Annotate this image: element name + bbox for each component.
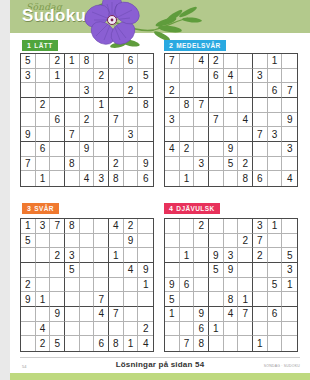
sudoku-grid-2-medelsvar-cell-r2c3 [194, 69, 209, 84]
sudoku-grid-4-djavulsk-cell-r3c5: 3 [224, 248, 239, 263]
sudoku-grid-1-latt-cell-r5c8 [124, 113, 139, 128]
sudoku-grid-2-medelsvar-cell-r2c7: 3 [253, 69, 268, 84]
sudoku-grid-1-latt-cell-r5c4 [65, 113, 80, 128]
sudoku-grid-1-latt-cell-r9c7: 8 [109, 171, 124, 186]
sudoku-grid-1-latt-cell-r2c9: 5 [138, 69, 153, 84]
sudoku-grid-4-djavulsk-cell-r3c1 [165, 248, 180, 263]
sudoku-grid-3-svar-cell-r5c2 [36, 278, 51, 293]
sudoku-grid-3-svar-cell-r4c1 [21, 263, 36, 278]
sudoku-grid-2-medelsvar-cell-r4c6 [238, 98, 253, 113]
sudoku-grid-3-svar-cell-r2c8: 9 [124, 234, 139, 249]
sudoku-grid-2-medelsvar-cell-r6c6 [238, 127, 253, 142]
sudoku-grid-4-djavulsk-cell-r5c3 [194, 278, 209, 293]
sudoku-grid-2-medelsvar-cell-r1c5 [224, 54, 239, 69]
sudoku-grid-1-latt-cell-r9c9: 6 [138, 171, 153, 186]
sudoku-grid-1-latt-cell-r6c2 [36, 127, 51, 142]
badge-number: 1 [27, 42, 31, 49]
sudoku-grid-4-djavulsk-cell-r2c1 [165, 234, 180, 249]
sudoku-grid-1-latt-cell-r9c4 [65, 171, 80, 186]
sudoku-grid-3-svar-cell-r6c7 [109, 292, 124, 307]
sudoku-grid-3-svar-cell-r7c1 [21, 307, 36, 322]
sudoku-grid-2-medelsvar-cell-r8c5: 5 [224, 157, 239, 172]
sudoku-grid-1-latt-cell-r9c8 [124, 171, 139, 186]
sudoku-grid-3-svar-cell-r8c3 [50, 322, 65, 337]
magazine-page: Söndag Sudoku. [10, 0, 310, 380]
sudoku-grid-1-latt-cell-r7c4 [65, 142, 80, 157]
sudoku-grid-3-svar-cell-r8c2: 4 [36, 322, 51, 337]
sudoku-grid-4-djavulsk-cell-r3c4: 9 [209, 248, 224, 263]
sudoku-grid-4-djavulsk-cell-r5c7 [253, 278, 268, 293]
sudoku-grid-1-latt-cell-r2c1: 3 [21, 69, 36, 84]
sudoku-grid-2-medelsvar-cell-r5c9: 9 [282, 113, 297, 128]
sudoku-grid-2-medelsvar-cell-r1c2 [180, 54, 195, 69]
sudoku-grid-3-svar-cell-r3c1 [21, 248, 36, 263]
sudoku-grid-3-svar-cell-r7c5 [80, 307, 95, 322]
sudoku-grid-1-latt-cell-r5c6 [94, 113, 109, 128]
sudoku-grid-4-djavulsk-cell-r1c4 [209, 219, 224, 234]
sudoku-grid-4-djavulsk-cell-r7c1: 1 [165, 307, 180, 322]
sudoku-grid-4-djavulsk-cell-r4c1 [165, 263, 180, 278]
sudoku-grid-4-djavulsk-cell-r7c2 [180, 307, 195, 322]
sudoku-grid-4-djavulsk-cell-r4c6 [238, 263, 253, 278]
sudoku-grid-4-djavulsk-cell-r3c3 [194, 248, 209, 263]
sudoku-grid-4-djavulsk-cell-r6c4 [209, 292, 224, 307]
sudoku-grid-1-latt-cell-r6c1: 9 [21, 127, 36, 142]
sudoku-grid-2-medelsvar-cell-r9c4 [209, 171, 224, 186]
sudoku-grid-3-svar-cell-r1c4: 8 [65, 219, 80, 234]
sudoku-grid-2-medelsvar-cell-r9c3 [194, 171, 209, 186]
sudoku-grid-4-djavulsk-cell-r6c5: 8 [224, 292, 239, 307]
sudoku-grid-1-latt-cell-r9c1 [21, 171, 36, 186]
badge-label: LÄTT [34, 42, 52, 49]
sudoku-grid-1-latt-cell-r2c6: 2 [94, 69, 109, 84]
sudoku-grid-2-medelsvar-cell-r6c1 [165, 127, 180, 142]
badge-number: 3 [27, 205, 31, 212]
sudoku-grid-3-svar-cell-r3c4: 3 [65, 248, 80, 263]
sudoku-grid-1-latt-cell-r7c5: 9 [80, 142, 95, 157]
sudoku-grid-3-svar-cell-r6c5 [80, 292, 95, 307]
sudoku-grid-4-djavulsk-cell-r3c7: 2 [253, 248, 268, 263]
sudoku-grid-2-medelsvar-cell-r8c7 [253, 157, 268, 172]
sudoku-grid-3-svar-cell-r3c8 [124, 248, 139, 263]
sudoku-grid-1-latt-cell-r2c8 [124, 69, 139, 84]
sudoku-grid-4-djavulsk-cell-r6c7 [253, 292, 268, 307]
sudoku-grid-2-medelsvar-cell-r7c4 [209, 142, 224, 157]
sudoku-grid-3-svar-cell-r4c6 [94, 263, 109, 278]
sudoku-grid-1-latt-cell-r4c9: 8 [138, 98, 153, 113]
sudoku-grid-2-medelsvar-cell-r1c7 [253, 54, 268, 69]
sudoku-grid-1-latt-cell-r3c6 [94, 83, 109, 98]
sudoku-grid-3-svar-cell-r8c8 [124, 322, 139, 337]
sudoku-grid-4-djavulsk-cell-r6c2 [180, 292, 195, 307]
sudoku-grid-1-latt-cell-r1c7 [109, 54, 124, 69]
sudoku-grid-2-medelsvar-cell-r8c3: 3 [194, 157, 209, 172]
sudoku-grid-4-djavulsk-cell-r9c3: 8 [194, 336, 209, 351]
sudoku-grid-2-medelsvar-cell-r8c2 [180, 157, 195, 172]
sudoku-grid-1-latt-cell-r5c1 [21, 113, 36, 128]
sudoku-grid-1-latt-cell-r6c3 [50, 127, 65, 142]
sudoku-grid-2-medelsvar-cell-r4c1 [165, 98, 180, 113]
sudoku-grid-2-medelsvar-cell-r6c7: 7 [253, 127, 268, 142]
sudoku-grid-2-medelsvar-cell-r2c1 [165, 69, 180, 84]
sudoku-grid-2-medelsvar-cell-r5c2 [180, 113, 195, 128]
sudoku-grid-4-djavulsk-cell-r7c5: 4 [224, 307, 239, 322]
sudoku-grid-1-latt-cell-r4c2: 2 [36, 98, 51, 113]
sudoku-grid-3-svar-cell-r3c9 [138, 248, 153, 263]
sudoku-grid-3-svar-cell-r4c5 [80, 263, 95, 278]
sudoku-grid-2-medelsvar: 742164321678737497342933521864 [164, 53, 298, 187]
sudoku-grid-4-djavulsk-cell-r8c9 [282, 322, 297, 337]
sudoku-grid-1-latt-cell-r8c5 [80, 157, 95, 172]
sudoku-grid-1-latt-cell-r6c4: 7 [65, 127, 80, 142]
issue-label: SÖNDAG · SUDOKU [264, 364, 300, 368]
sudoku-grid-2-medelsvar-cell-r4c7 [253, 98, 268, 113]
badge-medelsvar: 2 MEDELSVÅR [164, 40, 226, 51]
sudoku-grid-3-svar-cell-r3c5 [80, 248, 95, 263]
sudoku-grid-3-svar-cell-r1c9 [138, 219, 153, 234]
sudoku-grid-3-svar-cell-r5c4 [65, 278, 80, 293]
sudoku-grid-2-medelsvar-cell-r8c9 [282, 157, 297, 172]
badge-svar: 3 SVÅR [22, 203, 59, 214]
sudoku-grid-2-medelsvar-cell-r7c3 [194, 142, 209, 157]
sudoku-grid-4-djavulsk-cell-r5c8: 5 [268, 278, 283, 293]
sudoku-grid-1-latt-cell-r4c5 [80, 98, 95, 113]
sudoku-grid-4-djavulsk-cell-r8c5 [224, 322, 239, 337]
sudoku-grid-3-svar-cell-r2c3 [50, 234, 65, 249]
sudoku-grid-1-latt-cell-r9c5: 4 [80, 171, 95, 186]
sudoku-grid-1-latt-cell-r3c7 [109, 83, 124, 98]
sudoku-grid-4-djavulsk-cell-r7c3: 9 [194, 307, 209, 322]
sudoku-grid-3-svar-cell-r6c9 [138, 292, 153, 307]
sudoku-grid-1-latt-cell-r2c3: 1 [50, 69, 65, 84]
sudoku-grid-2-medelsvar-cell-r8c4 [209, 157, 224, 172]
sudoku-grid-2-medelsvar-cell-r5c6: 4 [238, 113, 253, 128]
sudoku-grid-1-latt-cell-r2c7 [109, 69, 124, 84]
sudoku-grid-3-svar-cell-r7c6: 4 [94, 307, 109, 322]
sudoku-grid-2-medelsvar-cell-r5c7 [253, 113, 268, 128]
sudoku-grid-3-svar-cell-r1c7: 4 [109, 219, 124, 234]
sudoku-grid-3-svar-cell-r8c7 [109, 322, 124, 337]
sudoku-grid-3-svar-cell-r5c7 [109, 278, 124, 293]
sudoku-grid-1-latt-cell-r7c3 [50, 142, 65, 157]
sudoku-grid-4-djavulsk-cell-r5c6 [238, 278, 253, 293]
sudoku-grid-2-medelsvar-cell-r4c4 [209, 98, 224, 113]
sudoku-grid-1-latt-cell-r7c1 [21, 142, 36, 157]
sudoku-grid-2-medelsvar-cell-r6c4 [209, 127, 224, 142]
sudoku-grid-2-medelsvar-cell-r2c5: 4 [224, 69, 239, 84]
sudoku-grid-2-medelsvar-cell-r1c8: 1 [268, 54, 283, 69]
sudoku-grid-2-medelsvar-cell-r9c6: 8 [238, 171, 253, 186]
sudoku-grid-4-djavulsk-cell-r1c5 [224, 219, 239, 234]
sudoku-grid-4-djavulsk-cell-r8c1 [165, 322, 180, 337]
sudoku-grid-4-djavulsk-cell-r4c7 [253, 263, 268, 278]
sudoku-grid-4-djavulsk-cell-r7c7 [253, 307, 268, 322]
sudoku-grid-2-medelsvar-cell-r5c3 [194, 113, 209, 128]
sudoku-grid-3-svar-cell-r6c2: 1 [36, 292, 51, 307]
sudoku-grid-4-djavulsk-cell-r9c8 [268, 336, 283, 351]
sudoku-grid-3-svar-cell-r6c3 [50, 292, 65, 307]
sudoku-grid-3-svar-cell-r5c6 [94, 278, 109, 293]
sudoku-grid-3-svar-cell-r7c8 [124, 307, 139, 322]
page-number: 54 [22, 364, 26, 369]
sudoku-grid-2-medelsvar-cell-r5c8 [268, 113, 283, 128]
sudoku-grid-3-svar-cell-r9c1 [21, 336, 36, 351]
sudoku-grid-1-latt-cell-r7c2: 6 [36, 142, 51, 157]
badge-number: 2 [169, 42, 173, 49]
sudoku-grid-1-latt-cell-r2c4 [65, 69, 80, 84]
sudoku-grid-2-medelsvar-cell-r9c9: 4 [282, 171, 297, 186]
sudoku-grid-2-medelsvar-cell-r9c8 [268, 171, 283, 186]
sudoku-grid-1-latt-cell-r3c1 [21, 83, 36, 98]
sudoku-grid-1-latt-cell-r3c4 [65, 83, 80, 98]
sudoku-grid-3-svar-cell-r2c5 [80, 234, 95, 249]
sudoku-grid-3-svar: 137842592315492191794742256814 [20, 218, 154, 352]
sudoku-grid-3-svar-cell-r6c8 [124, 292, 139, 307]
sudoku-grid-3-svar-cell-r1c5 [80, 219, 95, 234]
sudoku-grid-2-medelsvar-cell-r1c3: 4 [194, 54, 209, 69]
sudoku-grid-3-svar-cell-r2c2 [36, 234, 51, 249]
sudoku-grid-4-djavulsk-cell-r8c3: 6 [194, 322, 209, 337]
sudoku-grid-1-latt-cell-r5c2 [36, 113, 51, 128]
sudoku-grid-3-svar-cell-r6c1: 9 [21, 292, 36, 307]
sudoku-grid-4-djavulsk-cell-r2c5 [224, 234, 239, 249]
sudoku-grid-1-latt-cell-r1c8: 6 [124, 54, 139, 69]
sudoku-grid-4-djavulsk-cell-r8c6 [238, 322, 253, 337]
sudoku-grid-2-medelsvar-cell-r8c8 [268, 157, 283, 172]
sudoku-grid-1-latt-cell-r4c3 [50, 98, 65, 113]
sudoku-grid-4-djavulsk-cell-r1c6 [238, 219, 253, 234]
sudoku-grid-1-latt-cell-r6c5 [80, 127, 95, 142]
sudoku-grid-4-djavulsk-cell-r9c9 [282, 336, 297, 351]
sudoku-grid-4-djavulsk-cell-r7c6: 7 [238, 307, 253, 322]
sudoku-grid-4-djavulsk-cell-r4c2 [180, 263, 195, 278]
sudoku-grid-4-djavulsk-cell-r6c1: 5 [165, 292, 180, 307]
sudoku-grid-1-latt-cell-r8c4: 8 [65, 157, 80, 172]
sudoku-grid-3-svar-cell-r2c6 [94, 234, 109, 249]
sudoku-grid-4-djavulsk-cell-r6c9 [282, 292, 297, 307]
sudoku-grid-4-djavulsk-cell-r4c8 [268, 263, 283, 278]
sudoku-grid-3-svar-cell-r1c3: 7 [50, 219, 65, 234]
sudoku-grid-1-latt-cell-r1c1: 5 [21, 54, 36, 69]
footer-divider [20, 357, 300, 358]
sudoku-grid-2-medelsvar-cell-r2c2 [180, 69, 195, 84]
sudoku-grid-2-medelsvar-cell-r5c5 [224, 113, 239, 128]
sudoku-grid-3-svar-cell-r4c2 [36, 263, 51, 278]
sudoku-grid-4-djavulsk-cell-r4c3 [194, 263, 209, 278]
sudoku-grid-3-svar-cell-r3c2 [36, 248, 51, 263]
sudoku-grid-4-djavulsk-cell-r7c8: 6 [268, 307, 283, 322]
sudoku-grid-4-djavulsk-cell-r5c5 [224, 278, 239, 293]
sudoku-grid-2-medelsvar-cell-r1c6 [238, 54, 253, 69]
sudoku-grid-1-latt-cell-r6c8: 3 [124, 127, 139, 142]
sudoku-grid-4-djavulsk-cell-r5c2: 6 [180, 278, 195, 293]
sudoku-grid-2-medelsvar-cell-r7c6 [238, 142, 253, 157]
sudoku-grid-3-svar-cell-r9c4 [65, 336, 80, 351]
badge-label: MEDELSVÅR [176, 42, 220, 49]
sudoku-grid-4-djavulsk-cell-r5c4 [209, 278, 224, 293]
sudoku-grid-4-djavulsk-cell-r3c8 [268, 248, 283, 263]
sudoku-grid-4-djavulsk-cell-r6c8 [268, 292, 283, 307]
sudoku-grid-3-svar-cell-r3c7: 1 [109, 248, 124, 263]
sudoku-grid-2-medelsvar-cell-r1c9 [282, 54, 297, 69]
sudoku-grid-2-medelsvar-cell-r1c4: 2 [209, 54, 224, 69]
sudoku-grid-4-djavulsk-cell-r3c9: 5 [282, 248, 297, 263]
sudoku-grid-1-latt-cell-r8c2 [36, 157, 51, 172]
sudoku-grid-4-djavulsk-cell-r7c9 [282, 307, 297, 322]
sudoku-grid-3-svar-cell-r5c9: 1 [138, 278, 153, 293]
sudoku-grid-4-djavulsk-cell-r4c5: 9 [224, 263, 239, 278]
sudoku-grid-2-medelsvar-cell-r6c8: 3 [268, 127, 283, 142]
sudoku-grid-4-djavulsk-cell-r9c7: 1 [253, 336, 268, 351]
sudoku-grid-3-svar-cell-r9c6: 6 [94, 336, 109, 351]
sudoku-grid-1-latt-cell-r5c9 [138, 113, 153, 128]
sudoku-grid-2-medelsvar-cell-r4c3: 7 [194, 98, 209, 113]
sudoku-grid-4-djavulsk-cell-r2c7: 7 [253, 234, 268, 249]
sudoku-grid-2-medelsvar-cell-r3c7 [253, 83, 268, 98]
sudoku-grid-2-medelsvar-cell-r4c8 [268, 98, 283, 113]
sudoku-grid-4-djavulsk-cell-r8c4: 1 [209, 322, 224, 337]
sudoku-grid-1-latt-cell-r6c7 [109, 127, 124, 142]
sudoku-grid-4-djavulsk-cell-r8c2 [180, 322, 195, 337]
sudoku-grid-3-svar-cell-r1c6 [94, 219, 109, 234]
sudoku-grid-1-latt-cell-r9c6: 3 [94, 171, 109, 186]
sudoku-grid-1-latt-cell-r7c6 [94, 142, 109, 157]
sudoku-grid-1-latt-cell-r8c8 [124, 157, 139, 172]
sudoku-grid-2-medelsvar-cell-r3c9: 7 [282, 83, 297, 98]
sudoku-grid-2-medelsvar-cell-r1c1: 7 [165, 54, 180, 69]
sudoku-grid-3-svar-cell-r9c2: 2 [36, 336, 51, 351]
sudoku-grid-2-medelsvar-cell-r6c5 [224, 127, 239, 142]
sudoku-grid-4-djavulsk-cell-r1c9 [282, 219, 297, 234]
badge-latt: 1 LÄTT [22, 40, 58, 51]
sudoku-grid-3-svar-cell-r5c8 [124, 278, 139, 293]
sudoku-grid-2-medelsvar-cell-r5c1: 3 [165, 113, 180, 128]
sudoku-grid-2-medelsvar-cell-r4c2: 8 [180, 98, 195, 113]
sudoku-grid-3-svar-cell-r8c4 [65, 322, 80, 337]
sudoku-grid-1-latt-cell-r7c7 [109, 142, 124, 157]
sudoku-grid-2-medelsvar-cell-r3c6 [238, 83, 253, 98]
sudoku-grid-1-latt-cell-r6c9 [138, 127, 153, 142]
sudoku-grid-3-svar-cell-r1c8: 2 [124, 219, 139, 234]
sudoku-grid-4-djavulsk-cell-r2c6: 2 [238, 234, 253, 249]
sudoku-grid-3-svar-cell-r6c6: 7 [94, 292, 109, 307]
sudoku-grid-1-latt-cell-r4c6: 1 [94, 98, 109, 113]
sudoku-grid-4-djavulsk-cell-r9c6 [238, 336, 253, 351]
sudoku-grid-4-djavulsk-cell-r9c4 [209, 336, 224, 351]
sudoku-grid-4-djavulsk-cell-r6c3 [194, 292, 209, 307]
sudoku-grid-4-djavulsk-cell-r3c6 [238, 248, 253, 263]
sudoku-grid-3-svar-cell-r5c3 [50, 278, 65, 293]
sudoku-grid-3-svar-cell-r4c7 [109, 263, 124, 278]
sudoku-grid-4-djavulsk-cell-r1c7: 3 [253, 219, 268, 234]
sudoku-grid-1-latt-cell-r3c5: 3 [80, 83, 95, 98]
sudoku-grid-2-medelsvar-cell-r4c9 [282, 98, 297, 113]
sudoku-grid-4-djavulsk-cell-r7c4 [209, 307, 224, 322]
sudoku-grid-1-latt-cell-r4c7 [109, 98, 124, 113]
sudoku-grid-2-medelsvar-cell-r3c1: 2 [165, 83, 180, 98]
sudoku-grid-2-medelsvar-cell-r2c8 [268, 69, 283, 84]
sudoku-grid-3-svar-cell-r4c4: 5 [65, 263, 80, 278]
sudoku-grid-3-svar-cell-r3c3: 2 [50, 248, 65, 263]
sudoku-grid-3-svar-cell-r9c9: 4 [138, 336, 153, 351]
sudoku-grid-3-svar-cell-r8c6 [94, 322, 109, 337]
sudoku-grid-4-djavulsk-cell-r4c9: 3 [282, 263, 297, 278]
sudoku-grid-1-latt-cell-r4c1 [21, 98, 36, 113]
sudoku-grid-1-latt-cell-r3c3 [50, 83, 65, 98]
sudoku-grid-4-djavulsk-cell-r8c8 [268, 322, 283, 337]
sudoku-grid-1-latt-cell-r8c6 [94, 157, 109, 172]
sudoku-grid-2-medelsvar-cell-r6c2 [180, 127, 195, 142]
sudoku-grid-1-latt-cell-r8c9: 9 [138, 157, 153, 172]
sudoku-grid-3-svar-cell-r4c8: 4 [124, 263, 139, 278]
sudoku-grid-1-latt-cell-r9c3 [50, 171, 65, 186]
sudoku-grid-4-djavulsk-cell-r3c2: 1 [180, 248, 195, 263]
sudoku-grid-2-medelsvar-cell-r6c9 [282, 127, 297, 142]
sudoku-grid-4-djavulsk-cell-r1c3: 2 [194, 219, 209, 234]
sudoku-grid-3-svar-cell-r5c1: 2 [21, 278, 36, 293]
sudoku-grid-2-medelsvar-cell-r9c7: 6 [253, 171, 268, 186]
sudoku-grid-1-latt-cell-r4c8 [124, 98, 139, 113]
sudoku-grid-4-djavulsk-cell-r1c1 [165, 219, 180, 234]
sudoku-grid-3-svar-cell-r9c3: 5 [50, 336, 65, 351]
sudoku-grid-4-djavulsk: 231271932559396515811947661781 [164, 218, 298, 352]
sudoku-grid-3-svar-cell-r2c7 [109, 234, 124, 249]
sudoku-grid-2-medelsvar-cell-r7c5: 9 [224, 142, 239, 157]
sudoku-grid-3-svar-cell-r3c6 [94, 248, 109, 263]
sudoku-grid-3-svar-cell-r7c3: 9 [50, 307, 65, 322]
sudoku-grid-1-latt-cell-r2c5 [80, 69, 95, 84]
sudoku-grid-4-djavulsk-cell-r2c4 [209, 234, 224, 249]
sudoku-grid-2-medelsvar-cell-r6c3 [194, 127, 209, 142]
sudoku-grid-2-medelsvar-cell-r2c6 [238, 69, 253, 84]
sudoku-grid-1-latt-cell-r5c3: 6 [50, 113, 65, 128]
sudoku-grid-2-medelsvar-cell-r8c1 [165, 157, 180, 172]
badge-djavulsk: 4 DJÄVULSK [164, 203, 220, 214]
sudoku-grid-2-medelsvar-cell-r3c5: 1 [224, 83, 239, 98]
sudoku-grid-2-medelsvar-cell-r7c1: 4 [165, 142, 180, 157]
sudoku-grid-4-djavulsk-cell-r4c4: 5 [209, 263, 224, 278]
sudoku-grid-2-medelsvar-cell-r2c4: 6 [209, 69, 224, 84]
sudoku-grid-1-latt-cell-r3c9 [138, 83, 153, 98]
sudoku-grid-3-svar-cell-r2c9 [138, 234, 153, 249]
sudoku-grid-2-medelsvar-cell-r3c2 [180, 83, 195, 98]
sudoku-grid-1-latt-cell-r4c4 [65, 98, 80, 113]
badge-number: 4 [169, 205, 173, 212]
sudoku-grid-1-latt-cell-r2c2 [36, 69, 51, 84]
sudoku-grid-4-djavulsk-cell-r5c9: 1 [282, 278, 297, 293]
sudoku-grid-2-medelsvar-cell-r9c1 [165, 171, 180, 186]
sudoku-grid-4-djavulsk-cell-r9c5 [224, 336, 239, 351]
sudoku-grid-1-latt-cell-r8c3 [50, 157, 65, 172]
sudoku-grid-4-djavulsk-cell-r8c7 [253, 322, 268, 337]
sudoku-grid-2-medelsvar-cell-r4c5 [224, 98, 239, 113]
sudoku-grid-1-latt-cell-r1c9 [138, 54, 153, 69]
sudoku-grid-4-djavulsk-cell-r2c2 [180, 234, 195, 249]
sudoku-grid-2-medelsvar-cell-r7c7 [253, 142, 268, 157]
sudoku-grid-1-latt-cell-r1c3: 2 [50, 54, 65, 69]
badge-label: DJÄVULSK [176, 205, 214, 212]
sudoku-grid-3-svar-cell-r9c5 [80, 336, 95, 351]
sudoku-grid-1-latt-cell-r1c5: 8 [80, 54, 95, 69]
sudoku-grid-4-djavulsk-cell-r2c9 [282, 234, 297, 249]
sudoku-grid-1-latt-cell-r5c7: 7 [109, 113, 124, 128]
sudoku-grid-2-medelsvar-cell-r7c8 [268, 142, 283, 157]
sudoku-grid-1-latt-cell-r1c2 [36, 54, 51, 69]
sudoku-grid-1-latt-cell-r3c2 [36, 83, 51, 98]
sudoku-grid-1-latt-cell-r9c2: 1 [36, 171, 51, 186]
sudoku-grid-1-latt-cell-r1c4: 1 [65, 54, 80, 69]
sudoku-grid-3-svar-cell-r4c3 [50, 263, 65, 278]
